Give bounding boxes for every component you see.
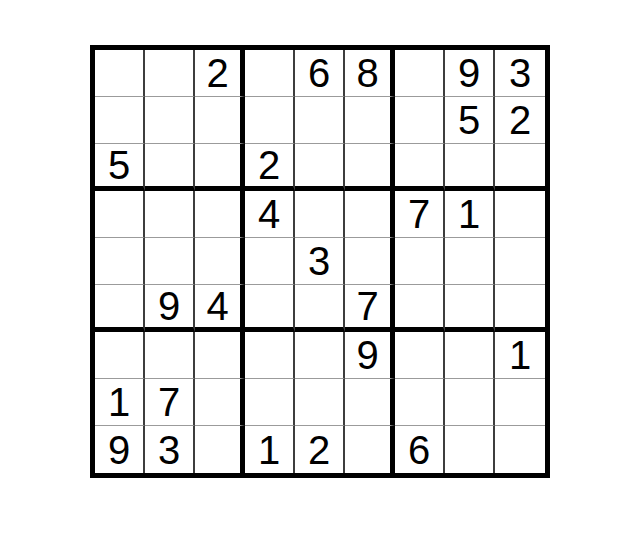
- cell-r4c6[interactable]: [345, 191, 395, 238]
- cell-r8c9[interactable]: [495, 379, 545, 426]
- cell-r5c3[interactable]: [195, 238, 245, 285]
- cell-r4c7: 7: [395, 191, 445, 238]
- cell-r4c5[interactable]: [295, 191, 345, 238]
- cell-r4c1[interactable]: [95, 191, 145, 238]
- cell-r2c6[interactable]: [345, 97, 395, 144]
- cell-r9c2: 3: [145, 426, 195, 473]
- cell-r4c2[interactable]: [145, 191, 195, 238]
- cell-r3c6[interactable]: [345, 144, 395, 191]
- cell-r1c6: 8: [345, 50, 395, 97]
- cell-r8c1: 1: [95, 379, 145, 426]
- cell-r8c6[interactable]: [345, 379, 395, 426]
- cell-r9c7: 6: [395, 426, 445, 473]
- cell-r1c9: 3: [495, 50, 545, 97]
- cell-r4c8: 1: [445, 191, 495, 238]
- cell-r6c1[interactable]: [95, 285, 145, 332]
- cell-r5c8[interactable]: [445, 238, 495, 285]
- cell-r7c8[interactable]: [445, 332, 495, 379]
- cell-r5c9[interactable]: [495, 238, 545, 285]
- sudoku-page: 2689352524713947911793126: [0, 45, 640, 540]
- cell-r7c5[interactable]: [295, 332, 345, 379]
- cell-r3c7[interactable]: [395, 144, 445, 191]
- cell-r1c7[interactable]: [395, 50, 445, 97]
- cell-r6c4[interactable]: [245, 285, 295, 332]
- cell-r5c6[interactable]: [345, 238, 395, 285]
- cell-r1c3: 2: [195, 50, 245, 97]
- cell-r8c4[interactable]: [245, 379, 295, 426]
- cell-r6c2: 9: [145, 285, 195, 332]
- cell-r8c7[interactable]: [395, 379, 445, 426]
- cell-r9c8[interactable]: [445, 426, 495, 473]
- cell-r7c7[interactable]: [395, 332, 445, 379]
- cell-r2c8: 5: [445, 97, 495, 144]
- cell-r2c3[interactable]: [195, 97, 245, 144]
- cell-r7c3[interactable]: [195, 332, 245, 379]
- cell-r5c4[interactable]: [245, 238, 295, 285]
- cell-r6c5[interactable]: [295, 285, 345, 332]
- cell-r7c6: 9: [345, 332, 395, 379]
- cell-r6c3: 4: [195, 285, 245, 332]
- cell-r5c2[interactable]: [145, 238, 195, 285]
- cell-r3c4: 2: [245, 144, 295, 191]
- cell-r3c2[interactable]: [145, 144, 195, 191]
- cell-r9c1: 9: [95, 426, 145, 473]
- cell-r9c9[interactable]: [495, 426, 545, 473]
- cell-r1c2[interactable]: [145, 50, 195, 97]
- cell-r2c5[interactable]: [295, 97, 345, 144]
- cell-r7c4[interactable]: [245, 332, 295, 379]
- sudoku-board: 2689352524713947911793126: [90, 45, 550, 478]
- cell-r1c4[interactable]: [245, 50, 295, 97]
- cell-r2c9: 2: [495, 97, 545, 144]
- cell-r6c6: 7: [345, 285, 395, 332]
- cell-r2c7[interactable]: [395, 97, 445, 144]
- cell-r9c6[interactable]: [345, 426, 395, 473]
- cell-r1c1[interactable]: [95, 50, 145, 97]
- cell-r9c3[interactable]: [195, 426, 245, 473]
- cell-r8c5[interactable]: [295, 379, 345, 426]
- cell-r3c9[interactable]: [495, 144, 545, 191]
- cell-r3c1: 5: [95, 144, 145, 191]
- cell-r6c8[interactable]: [445, 285, 495, 332]
- cell-r6c7[interactable]: [395, 285, 445, 332]
- cell-r3c8[interactable]: [445, 144, 495, 191]
- cell-r2c2[interactable]: [145, 97, 195, 144]
- cell-r3c3[interactable]: [195, 144, 245, 191]
- cell-r9c4: 1: [245, 426, 295, 473]
- cell-r5c7[interactable]: [395, 238, 445, 285]
- cell-r5c5: 3: [295, 238, 345, 285]
- cell-r4c9[interactable]: [495, 191, 545, 238]
- cell-r6c9[interactable]: [495, 285, 545, 332]
- cell-r7c9: 1: [495, 332, 545, 379]
- cell-r8c3[interactable]: [195, 379, 245, 426]
- cell-r2c1[interactable]: [95, 97, 145, 144]
- cell-r9c5: 2: [295, 426, 345, 473]
- cell-r3c5[interactable]: [295, 144, 345, 191]
- cell-r2c4[interactable]: [245, 97, 295, 144]
- cell-r8c8[interactable]: [445, 379, 495, 426]
- cell-r7c2[interactable]: [145, 332, 195, 379]
- cell-r1c8: 9: [445, 50, 495, 97]
- cell-r8c2: 7: [145, 379, 195, 426]
- cell-r5c1[interactable]: [95, 238, 145, 285]
- cell-r4c4: 4: [245, 191, 295, 238]
- cell-r4c3[interactable]: [195, 191, 245, 238]
- cell-r1c5: 6: [295, 50, 345, 97]
- cell-r7c1[interactable]: [95, 332, 145, 379]
